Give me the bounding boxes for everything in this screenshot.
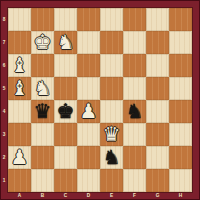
chessboard-window: ♚♞♝♝♞♛♚♟♞♛♟♞ 87654321 ABCDEFGH [0, 0, 200, 200]
black-queen[interactable]: ♛ [31, 100, 54, 123]
square-g2[interactable] [146, 146, 169, 169]
square-a6[interactable]: ♝ [8, 54, 31, 77]
square-a3[interactable] [8, 123, 31, 146]
square-c2[interactable] [54, 146, 77, 169]
square-a5[interactable]: ♝ [8, 77, 31, 100]
square-g1[interactable] [146, 169, 169, 192]
square-d4[interactable]: ♟ [77, 100, 100, 123]
file-label-g: G [150, 192, 166, 198]
square-b4[interactable]: ♛ [31, 100, 54, 123]
square-h4[interactable] [169, 100, 192, 123]
file-label-f: F [127, 192, 143, 198]
square-a4[interactable] [8, 100, 31, 123]
square-e4[interactable] [100, 100, 123, 123]
square-a2[interactable]: ♟ [8, 146, 31, 169]
board: ♚♞♝♝♞♛♚♟♞♛♟♞ [8, 8, 192, 192]
file-label-c: C [58, 192, 74, 198]
square-g4[interactable] [146, 100, 169, 123]
square-a7[interactable] [8, 31, 31, 54]
square-b2[interactable] [31, 146, 54, 169]
square-c1[interactable] [54, 169, 77, 192]
square-f4[interactable]: ♞ [123, 100, 146, 123]
square-e2[interactable]: ♞ [100, 146, 123, 169]
square-f8[interactable] [123, 8, 146, 31]
square-h7[interactable] [169, 31, 192, 54]
square-d7[interactable] [77, 31, 100, 54]
square-g5[interactable] [146, 77, 169, 100]
square-c8[interactable] [54, 8, 77, 31]
square-d2[interactable] [77, 146, 100, 169]
square-a1[interactable] [8, 169, 31, 192]
file-label-e: E [104, 192, 120, 198]
square-h1[interactable] [169, 169, 192, 192]
square-d5[interactable] [77, 77, 100, 100]
square-e8[interactable] [100, 8, 123, 31]
square-b3[interactable] [31, 123, 54, 146]
square-e3[interactable]: ♛ [100, 123, 123, 146]
rank-label-5: 5 [1, 81, 6, 97]
square-d1[interactable] [77, 169, 100, 192]
black-knight[interactable]: ♞ [100, 146, 123, 169]
square-g7[interactable] [146, 31, 169, 54]
square-f7[interactable] [123, 31, 146, 54]
square-f3[interactable] [123, 123, 146, 146]
rank-label-4: 4 [1, 104, 6, 120]
square-d3[interactable] [77, 123, 100, 146]
square-h2[interactable] [169, 146, 192, 169]
file-label-a: A [12, 192, 28, 198]
square-h8[interactable] [169, 8, 192, 31]
square-c6[interactable] [54, 54, 77, 77]
square-d8[interactable] [77, 8, 100, 31]
square-b1[interactable] [31, 169, 54, 192]
white-pawn[interactable]: ♟ [77, 100, 100, 123]
black-knight[interactable]: ♞ [123, 100, 146, 123]
square-f2[interactable] [123, 146, 146, 169]
rank-label-6: 6 [1, 58, 6, 74]
rank-label-3: 3 [1, 127, 6, 143]
square-h5[interactable] [169, 77, 192, 100]
square-e5[interactable] [100, 77, 123, 100]
square-b6[interactable] [31, 54, 54, 77]
square-c4[interactable]: ♚ [54, 100, 77, 123]
square-d6[interactable] [77, 54, 100, 77]
square-a8[interactable] [8, 8, 31, 31]
square-h6[interactable] [169, 54, 192, 77]
rank-label-1: 1 [1, 173, 6, 189]
rank-label-8: 8 [1, 12, 6, 28]
square-e7[interactable] [100, 31, 123, 54]
square-f1[interactable] [123, 169, 146, 192]
white-knight[interactable]: ♞ [31, 77, 54, 100]
square-g3[interactable] [146, 123, 169, 146]
black-king[interactable]: ♚ [54, 100, 77, 123]
white-bishop[interactable]: ♝ [8, 77, 31, 100]
white-knight[interactable]: ♞ [54, 31, 77, 54]
square-b7[interactable]: ♚ [31, 31, 54, 54]
square-f5[interactable] [123, 77, 146, 100]
square-c7[interactable]: ♞ [54, 31, 77, 54]
square-g6[interactable] [146, 54, 169, 77]
rank-label-2: 2 [1, 150, 6, 166]
white-queen[interactable]: ♛ [100, 123, 123, 146]
square-e6[interactable] [100, 54, 123, 77]
square-b5[interactable]: ♞ [31, 77, 54, 100]
file-label-d: D [81, 192, 97, 198]
square-b8[interactable] [31, 8, 54, 31]
file-label-b: B [35, 192, 51, 198]
square-c3[interactable] [54, 123, 77, 146]
square-c5[interactable] [54, 77, 77, 100]
white-bishop[interactable]: ♝ [8, 54, 31, 77]
white-king[interactable]: ♚ [31, 31, 54, 54]
square-g8[interactable] [146, 8, 169, 31]
square-f6[interactable] [123, 54, 146, 77]
square-h3[interactable] [169, 123, 192, 146]
white-pawn[interactable]: ♟ [8, 146, 31, 169]
square-e1[interactable] [100, 169, 123, 192]
file-label-h: H [173, 192, 189, 198]
rank-label-7: 7 [1, 35, 6, 51]
